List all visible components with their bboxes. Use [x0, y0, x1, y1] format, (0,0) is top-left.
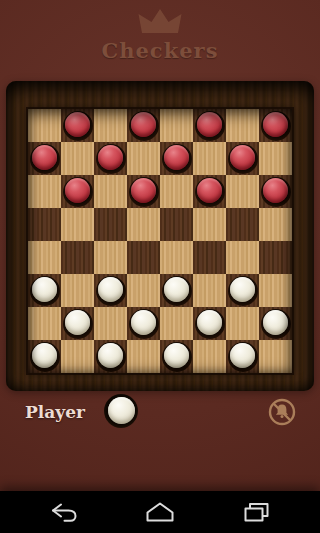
red-piece-disc	[98, 145, 123, 170]
square-0-0	[28, 109, 61, 142]
square-1-0[interactable]	[28, 142, 61, 175]
square-3-1	[61, 208, 94, 241]
white-piece[interactable]	[30, 342, 60, 372]
square-5-4[interactable]	[160, 274, 193, 307]
square-5-6[interactable]	[226, 274, 259, 307]
square-6-3[interactable]	[127, 307, 160, 340]
white-piece[interactable]	[228, 276, 258, 306]
red-piece-disc	[197, 112, 222, 137]
square-1-4[interactable]	[160, 142, 193, 175]
red-piece-disc	[65, 178, 90, 203]
square-1-6[interactable]	[226, 142, 259, 175]
status-row: Player	[0, 391, 320, 491]
white-piece[interactable]	[261, 309, 291, 339]
turn-indicator-piece	[108, 397, 135, 424]
square-2-6	[226, 175, 259, 208]
white-piece[interactable]	[162, 342, 192, 372]
square-1-3	[127, 142, 160, 175]
red-piece[interactable]	[129, 177, 159, 207]
square-1-1	[61, 142, 94, 175]
square-6-0	[28, 307, 61, 340]
red-piece[interactable]	[63, 111, 93, 141]
white-piece[interactable]	[30, 276, 60, 306]
square-2-5[interactable]	[193, 175, 226, 208]
back-icon[interactable]	[48, 500, 80, 524]
white-piece-disc	[131, 310, 156, 335]
header: Checkers	[0, 0, 320, 81]
android-navbar	[0, 491, 320, 533]
recents-icon[interactable]	[240, 500, 272, 524]
red-piece[interactable]	[162, 144, 192, 174]
square-1-7	[259, 142, 292, 175]
square-7-1	[61, 340, 94, 373]
red-piece-disc	[263, 178, 288, 203]
white-piece-disc	[32, 277, 57, 302]
red-piece[interactable]	[228, 144, 258, 174]
square-7-3	[127, 340, 160, 373]
square-6-2	[94, 307, 127, 340]
square-4-5[interactable]	[193, 241, 226, 274]
square-4-7[interactable]	[259, 241, 292, 274]
white-piece[interactable]	[195, 309, 225, 339]
square-7-4[interactable]	[160, 340, 193, 373]
square-5-0[interactable]	[28, 274, 61, 307]
square-4-1[interactable]	[61, 241, 94, 274]
red-piece-disc	[32, 145, 57, 170]
square-5-3	[127, 274, 160, 307]
white-piece-disc	[164, 277, 189, 302]
square-5-7	[259, 274, 292, 307]
square-7-0[interactable]	[28, 340, 61, 373]
square-0-2	[94, 109, 127, 142]
red-piece-disc	[263, 112, 288, 137]
white-piece[interactable]	[96, 342, 126, 372]
home-icon[interactable]	[144, 500, 176, 524]
square-3-7	[259, 208, 292, 241]
square-2-0	[28, 175, 61, 208]
white-piece-disc	[98, 343, 123, 368]
red-piece-disc	[131, 112, 156, 137]
red-piece[interactable]	[195, 111, 225, 141]
square-5-2[interactable]	[94, 274, 127, 307]
square-5-1	[61, 274, 94, 307]
square-4-2	[94, 241, 127, 274]
square-6-7[interactable]	[259, 307, 292, 340]
red-piece[interactable]	[195, 177, 225, 207]
square-3-5	[193, 208, 226, 241]
square-4-3[interactable]	[127, 241, 160, 274]
square-0-5[interactable]	[193, 109, 226, 142]
red-piece-disc	[197, 178, 222, 203]
square-0-6	[226, 109, 259, 142]
square-2-7[interactable]	[259, 175, 292, 208]
square-2-1[interactable]	[61, 175, 94, 208]
player-label: Player	[25, 402, 85, 422]
square-6-5[interactable]	[193, 307, 226, 340]
red-piece[interactable]	[30, 144, 60, 174]
red-piece[interactable]	[129, 111, 159, 141]
red-piece[interactable]	[96, 144, 126, 174]
white-piece[interactable]	[162, 276, 192, 306]
square-5-5	[193, 274, 226, 307]
board	[28, 109, 292, 373]
white-piece-disc	[263, 310, 288, 335]
white-piece-disc	[197, 310, 222, 335]
square-3-0[interactable]	[28, 208, 61, 241]
square-3-2[interactable]	[94, 208, 127, 241]
white-piece[interactable]	[228, 342, 258, 372]
checkers-app: Checkers Player	[0, 0, 320, 533]
crown-icon	[136, 7, 184, 37]
square-2-4	[160, 175, 193, 208]
square-6-6	[226, 307, 259, 340]
square-3-6[interactable]	[226, 208, 259, 241]
white-piece[interactable]	[96, 276, 126, 306]
square-7-6[interactable]	[226, 340, 259, 373]
square-0-1[interactable]	[61, 109, 94, 142]
square-1-5	[193, 142, 226, 175]
white-piece[interactable]	[63, 309, 93, 339]
square-6-4	[160, 307, 193, 340]
square-0-3[interactable]	[127, 109, 160, 142]
square-0-4	[160, 109, 193, 142]
square-3-3	[127, 208, 160, 241]
square-4-4	[160, 241, 193, 274]
red-piece-disc	[65, 112, 90, 137]
square-0-7[interactable]	[259, 109, 292, 142]
white-piece[interactable]	[129, 309, 159, 339]
red-piece-disc	[164, 145, 189, 170]
white-piece-disc	[230, 343, 255, 368]
square-7-2[interactable]	[94, 340, 127, 373]
red-piece-disc	[230, 145, 255, 170]
square-7-7	[259, 340, 292, 373]
square-4-0	[28, 241, 61, 274]
square-4-6	[226, 241, 259, 274]
square-7-5	[193, 340, 226, 373]
square-1-2[interactable]	[94, 142, 127, 175]
square-3-4[interactable]	[160, 208, 193, 241]
square-2-3[interactable]	[127, 175, 160, 208]
square-6-1[interactable]	[61, 307, 94, 340]
white-piece-disc	[65, 310, 90, 335]
app-title: Checkers	[102, 38, 219, 63]
board-frame	[6, 81, 314, 391]
white-piece-disc	[32, 343, 57, 368]
white-piece-disc	[98, 277, 123, 302]
sound-off-icon[interactable]	[267, 397, 297, 427]
white-piece-disc	[164, 343, 189, 368]
square-2-2	[94, 175, 127, 208]
red-piece[interactable]	[261, 111, 291, 141]
red-piece-disc	[131, 178, 156, 203]
red-piece[interactable]	[63, 177, 93, 207]
turn-indicator	[104, 394, 138, 428]
white-piece-disc	[230, 277, 255, 302]
red-piece[interactable]	[261, 177, 291, 207]
